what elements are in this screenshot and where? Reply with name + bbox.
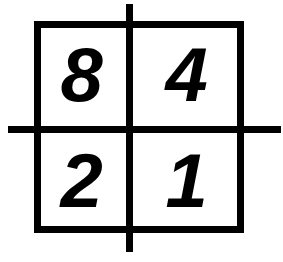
puzzle-diagram: 8 4 2 1 [0,0,283,262]
cell-r0c1[interactable]: 4 [130,21,245,129]
cell-r0c0[interactable]: 8 [34,21,130,129]
cell-r1c0[interactable]: 2 [34,129,130,233]
cell-r1c1[interactable]: 1 [130,129,245,233]
number-grid: 8 4 2 1 [34,21,244,233]
